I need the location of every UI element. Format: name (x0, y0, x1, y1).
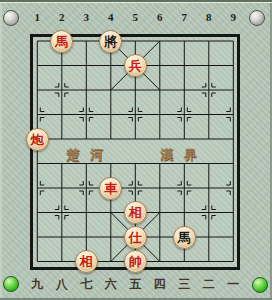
piece-glyph: 相 (80, 255, 93, 268)
piece-glyph: 相 (129, 206, 142, 219)
piece-glyph: 兵 (129, 59, 142, 72)
piece-glyph: 馬 (55, 35, 68, 48)
piece-red-elephant[interactable]: 相 (75, 250, 98, 273)
file-label-top-4: 4 (101, 10, 121, 24)
indicator-light-top-left (3, 10, 19, 26)
xiangqi-board-panel: 123456789 楚河 漢界 馬將兵炮車相仕馬相帥 九八七六五四三二一 (0, 0, 272, 300)
piece-red-cannon[interactable]: 炮 (26, 128, 49, 151)
file-label-top-2: 2 (52, 10, 72, 24)
file-label-bottom-1: 九 (27, 277, 47, 291)
piece-red-general[interactable]: 帥 (124, 250, 147, 273)
piece-glyph: 車 (104, 182, 117, 195)
indicator-light-top-right (249, 10, 265, 26)
piece-red-horse[interactable]: 馬 (50, 30, 73, 53)
file-label-top-3: 3 (76, 10, 96, 24)
file-label-bottom-7: 三 (174, 277, 194, 291)
file-label-top-6: 6 (150, 10, 170, 24)
piece-red-advisor[interactable]: 仕 (124, 226, 147, 249)
file-label-top-9: 9 (223, 10, 243, 24)
piece-glyph: 將 (104, 35, 117, 48)
file-label-bottom-5: 五 (125, 277, 145, 291)
piece-black-general[interactable]: 將 (99, 30, 122, 53)
file-label-bottom-9: 一 (223, 277, 243, 291)
piece-black-horse[interactable]: 馬 (173, 226, 196, 249)
file-label-top-5: 5 (125, 10, 145, 24)
piece-glyph: 帥 (129, 255, 142, 268)
indicator-light-bottom-right (252, 277, 268, 293)
file-label-top-1: 1 (27, 10, 47, 24)
indicator-light-bottom-left (3, 276, 19, 292)
piece-red-soldier[interactable]: 兵 (124, 54, 147, 77)
file-label-bottom-4: 六 (101, 277, 121, 291)
river-label-left: 楚河 (66, 147, 114, 163)
file-label-top-7: 7 (174, 10, 194, 24)
piece-red-chariot[interactable]: 車 (99, 177, 122, 200)
piece-glyph: 炮 (31, 133, 44, 146)
file-label-top-8: 8 (199, 10, 219, 24)
river-label-right: 漢界 (160, 147, 208, 163)
piece-glyph: 馬 (178, 231, 191, 244)
file-label-bottom-6: 四 (150, 277, 170, 291)
file-label-bottom-8: 二 (199, 277, 219, 291)
file-label-bottom-3: 七 (76, 277, 96, 291)
piece-red-elephant[interactable]: 相 (124, 201, 147, 224)
file-label-bottom-2: 八 (52, 277, 72, 291)
piece-glyph: 仕 (129, 231, 142, 244)
